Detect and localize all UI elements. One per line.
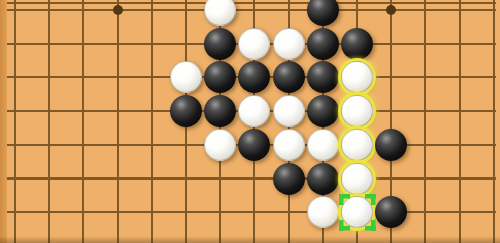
stones-layer	[0, 0, 500, 243]
white-stone	[273, 95, 305, 127]
white-stone	[307, 196, 339, 228]
black-stone	[307, 95, 339, 127]
black-stone	[238, 61, 270, 93]
white-stone	[273, 28, 305, 60]
black-stone	[204, 28, 236, 60]
white-stone-winning	[341, 61, 373, 93]
black-stone	[170, 95, 202, 127]
white-stone	[204, 0, 236, 26]
black-stone	[341, 28, 373, 60]
last-move-marker	[339, 194, 376, 231]
white-stone	[204, 129, 236, 161]
black-stone	[375, 196, 407, 228]
black-stone	[307, 0, 339, 26]
white-stone	[273, 129, 305, 161]
black-stone	[273, 163, 305, 195]
black-stone	[238, 129, 270, 161]
white-stone	[238, 28, 270, 60]
black-stone	[204, 61, 236, 93]
black-stone	[307, 28, 339, 60]
black-stone	[204, 95, 236, 127]
black-stone	[307, 163, 339, 195]
black-stone	[307, 61, 339, 93]
white-stone-winning	[341, 129, 373, 161]
white-stone	[170, 61, 202, 93]
bottom-edge-shadow	[0, 236, 500, 243]
black-stone	[273, 61, 305, 93]
white-stone-winning	[341, 163, 373, 195]
gomoku-board[interactable]	[0, 0, 500, 243]
white-stone-winning	[341, 95, 373, 127]
black-stone	[375, 129, 407, 161]
white-stone	[307, 129, 339, 161]
white-stone	[238, 95, 270, 127]
